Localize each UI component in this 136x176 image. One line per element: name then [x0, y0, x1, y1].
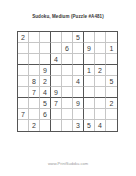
cell-r3c1	[18, 54, 29, 65]
cell-r1c7	[84, 32, 95, 43]
cell-r9c9	[106, 120, 117, 131]
cell-r8c5	[62, 109, 73, 120]
cell-r4c2	[29, 65, 40, 76]
cell-r2c1	[18, 43, 29, 54]
cell-r6c3: 4	[40, 87, 51, 98]
cell-r7c4: 7	[51, 98, 62, 109]
cell-r7c2	[29, 98, 40, 109]
cell-r5c8	[95, 76, 106, 87]
cell-r4c6	[73, 65, 84, 76]
cell-r5c6: 4	[73, 76, 84, 87]
cell-r4c8: 2	[95, 65, 106, 76]
cell-r3c4: 4	[51, 54, 62, 65]
cell-r7c1	[18, 98, 29, 109]
cell-r5c2: 8	[29, 76, 40, 87]
cell-r9c5	[62, 120, 73, 131]
cell-r5c5	[62, 76, 73, 87]
cell-r6c1	[18, 87, 29, 98]
cell-r1c1: 2	[18, 32, 29, 43]
footer-url: www.PrintSudoku.com	[0, 161, 136, 166]
cell-r6c8	[95, 87, 106, 98]
page: Sudoku, Medium (Puzzle #A481) 2569149128…	[0, 0, 136, 176]
cell-r9c1	[18, 120, 29, 131]
cell-r3c6	[73, 54, 84, 65]
cell-r1c4	[51, 32, 62, 43]
cell-r5c3: 2	[40, 76, 51, 87]
cell-r9c4	[51, 120, 62, 131]
cell-r6c2: 7	[29, 87, 40, 98]
cell-r9c2: 2	[29, 120, 40, 131]
cell-r1c6: 5	[73, 32, 84, 43]
cell-r1c3	[40, 32, 51, 43]
sudoku-grid: 25691491282457495792762354	[17, 31, 118, 132]
cell-r9c3	[40, 120, 51, 131]
cell-r2c9: 1	[106, 43, 117, 54]
cell-r7c5	[62, 98, 73, 109]
cell-r7c9: 2	[106, 98, 117, 109]
cell-r5c4	[51, 76, 62, 87]
cell-r7c8	[95, 98, 106, 109]
cell-r7c7	[84, 98, 95, 109]
cell-r8c2	[29, 109, 40, 120]
cell-r3c9	[106, 54, 117, 65]
cell-r7c6: 9	[73, 98, 84, 109]
cell-r6c7	[84, 87, 95, 98]
cell-r9c6: 3	[73, 120, 84, 131]
cell-r9c7: 5	[84, 120, 95, 131]
cell-r7c3: 5	[40, 98, 51, 109]
cell-r2c4	[51, 43, 62, 54]
cell-r2c8	[95, 43, 106, 54]
cell-r2c3	[40, 43, 51, 54]
cell-r4c1	[18, 65, 29, 76]
cell-r4c9	[106, 65, 117, 76]
cell-r5c7	[84, 76, 95, 87]
cell-r8c9	[106, 109, 117, 120]
cell-r3c2	[29, 54, 40, 65]
cell-r4c5	[62, 65, 73, 76]
cell-r4c3: 9	[40, 65, 51, 76]
cell-r1c5	[62, 32, 73, 43]
cell-r2c5: 6	[62, 43, 73, 54]
cell-r6c9	[106, 87, 117, 98]
cell-r4c7: 1	[84, 65, 95, 76]
cell-r1c2	[29, 32, 40, 43]
cell-r6c5	[62, 87, 73, 98]
cell-r9c8: 4	[95, 120, 106, 131]
cell-r2c6	[73, 43, 84, 54]
cell-r1c9	[106, 32, 117, 43]
cell-r3c8	[95, 54, 106, 65]
puzzle-title: Sudoku, Medium (Puzzle #A481)	[0, 14, 136, 19]
cell-r8c1: 7	[18, 109, 29, 120]
cell-r3c7	[84, 54, 95, 65]
cell-r3c5	[62, 54, 73, 65]
cell-r5c1	[18, 76, 29, 87]
cell-r8c4	[51, 109, 62, 120]
cell-r4c4	[51, 65, 62, 76]
cell-r2c7: 9	[84, 43, 95, 54]
cell-r2c2	[29, 43, 40, 54]
cell-r8c7	[84, 109, 95, 120]
cell-r6c6	[73, 87, 84, 98]
cell-r3c3	[40, 54, 51, 65]
cell-r5c9: 5	[106, 76, 117, 87]
cell-r8c6	[73, 109, 84, 120]
cell-r1c8	[95, 32, 106, 43]
cell-r8c8	[95, 109, 106, 120]
cell-r8c3: 6	[40, 109, 51, 120]
cell-r6c4: 9	[51, 87, 62, 98]
